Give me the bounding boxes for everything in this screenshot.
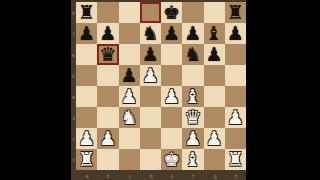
rank-label-4: 4 [72, 94, 76, 99]
white-queen-f3[interactable]: ♛ [182, 107, 203, 128]
black-bishop-g7[interactable]: ♝ [204, 23, 225, 44]
square-f1[interactable]: ♝ [182, 149, 203, 170]
square-b1[interactable] [97, 149, 118, 170]
square-h5[interactable] [225, 65, 246, 86]
square-g6[interactable]: ♟ [204, 44, 225, 65]
black-queen-b6[interactable]: ♛ [97, 44, 118, 65]
square-c3[interactable]: ♞ [119, 107, 140, 128]
white-rook-a1[interactable]: ♜ [76, 149, 97, 170]
black-pawn-d6[interactable]: ♟ [140, 44, 161, 65]
square-e3[interactable] [161, 107, 182, 128]
square-f8[interactable] [182, 2, 203, 23]
square-h4[interactable] [225, 86, 246, 107]
square-g7[interactable]: ♝ [204, 23, 225, 44]
rank-label-7: 7 [72, 31, 76, 36]
square-e6[interactable] [161, 44, 182, 65]
black-pawn-b7[interactable]: ♟ [97, 23, 118, 44]
rank-label-1: 1 [72, 157, 76, 162]
file-label-g: g [206, 173, 224, 179]
square-d5[interactable]: ♟ [140, 65, 161, 86]
square-a7[interactable]: ♟ [76, 23, 97, 44]
white-pawn-a2[interactable]: ♟ [76, 128, 97, 149]
square-e2[interactable] [161, 128, 182, 149]
square-b8[interactable] [97, 2, 118, 23]
square-b2[interactable]: ♟ [97, 128, 118, 149]
rank-label-6: 6 [72, 52, 76, 57]
square-f6[interactable]: ♞ [182, 44, 203, 65]
black-rook-h8[interactable]: ♜ [225, 2, 246, 23]
white-pawn-g2[interactable]: ♟ [204, 128, 225, 149]
black-knight-d7[interactable]: ♞ [140, 23, 161, 44]
square-b7[interactable]: ♟ [97, 23, 118, 44]
square-f7[interactable]: ♟ [182, 23, 203, 44]
square-e4[interactable]: ♟ [161, 86, 182, 107]
rank-label-5: 5 [72, 73, 76, 78]
chess-app-screen: ♜♚♜♟♟♞♟♟♝♟♛♟♞♟♟♟♟♟♝♞♛♟♟♟♟♟♜♚♝♜ 87654321 … [0, 0, 320, 180]
square-d4[interactable] [140, 86, 161, 107]
square-a2[interactable]: ♟ [76, 128, 97, 149]
rank-label-3: 3 [72, 115, 76, 120]
black-pawn-c5[interactable]: ♟ [119, 65, 140, 86]
square-a1[interactable]: ♜ [76, 149, 97, 170]
square-e5[interactable] [161, 65, 182, 86]
rank-label-2: 2 [72, 136, 76, 141]
file-label-d: d [142, 173, 160, 179]
black-king-e8[interactable]: ♚ [161, 2, 182, 23]
square-d1[interactable] [140, 149, 161, 170]
square-g1[interactable] [204, 149, 225, 170]
square-h8[interactable]: ♜ [225, 2, 246, 23]
white-pawn-d5[interactable]: ♟ [140, 65, 161, 86]
square-h1[interactable]: ♜ [225, 149, 246, 170]
square-h3[interactable]: ♟ [225, 107, 246, 128]
square-h6[interactable] [225, 44, 246, 65]
square-c8[interactable] [119, 2, 140, 23]
square-a3[interactable] [76, 107, 97, 128]
square-g3[interactable] [204, 107, 225, 128]
square-d2[interactable] [140, 128, 161, 149]
black-pawn-g6[interactable]: ♟ [204, 44, 225, 65]
black-knight-f6[interactable]: ♞ [182, 44, 203, 65]
square-h7[interactable]: ♟ [225, 23, 246, 44]
square-e7[interactable]: ♟ [161, 23, 182, 44]
right-black-bar [246, 0, 320, 180]
square-a8[interactable]: ♜ [76, 2, 97, 23]
square-c1[interactable] [119, 149, 140, 170]
black-pawn-h7[interactable]: ♟ [225, 23, 246, 44]
black-pawn-a7[interactable]: ♟ [76, 23, 97, 44]
left-black-bar [0, 0, 71, 180]
chess-board-frame: ♜♚♜♟♟♞♟♟♝♟♛♟♞♟♟♟♟♟♝♞♛♟♟♟♟♟♜♚♝♜ 87654321 … [71, 0, 246, 180]
black-rook-a8[interactable]: ♜ [76, 2, 97, 23]
square-a4[interactable] [76, 86, 97, 107]
white-knight-c3[interactable]: ♞ [119, 107, 140, 128]
black-pawn-e7[interactable]: ♟ [161, 23, 182, 44]
white-bishop-f4[interactable]: ♝ [182, 86, 203, 107]
square-b6[interactable]: ♛ [97, 44, 118, 65]
file-label-c: c [121, 173, 139, 179]
white-king-e1[interactable]: ♚ [161, 149, 182, 170]
square-e8[interactable]: ♚ [161, 2, 182, 23]
white-pawn-b2[interactable]: ♟ [97, 128, 118, 149]
black-pawn-f7[interactable]: ♟ [182, 23, 203, 44]
square-d6[interactable]: ♟ [140, 44, 161, 65]
square-h2[interactable] [225, 128, 246, 149]
square-f2[interactable]: ♟ [182, 128, 203, 149]
square-a6[interactable] [76, 44, 97, 65]
square-d8[interactable] [140, 2, 161, 23]
square-f5[interactable] [182, 65, 203, 86]
square-c2[interactable] [119, 128, 140, 149]
file-label-f: f [184, 173, 202, 179]
square-g5[interactable] [204, 65, 225, 86]
white-pawn-c4[interactable]: ♟ [119, 86, 140, 107]
square-c7[interactable] [119, 23, 140, 44]
square-d7[interactable]: ♞ [140, 23, 161, 44]
white-bishop-f1[interactable]: ♝ [182, 149, 203, 170]
white-pawn-h3[interactable]: ♟ [225, 107, 246, 128]
file-label-b: b [99, 173, 117, 179]
file-label-a: a [78, 173, 96, 179]
square-b5[interactable] [97, 65, 118, 86]
file-label-h: h [227, 173, 245, 179]
white-rook-h1[interactable]: ♜ [225, 149, 246, 170]
rank-label-8: 8 [72, 10, 76, 15]
square-c5[interactable]: ♟ [119, 65, 140, 86]
square-a5[interactable] [76, 65, 97, 86]
square-g4[interactable] [204, 86, 225, 107]
square-c4[interactable]: ♟ [119, 86, 140, 107]
square-b3[interactable] [97, 107, 118, 128]
square-d3[interactable] [140, 107, 161, 128]
square-g2[interactable]: ♟ [204, 128, 225, 149]
square-g8[interactable] [204, 2, 225, 23]
square-f4[interactable]: ♝ [182, 86, 203, 107]
white-pawn-f2[interactable]: ♟ [182, 128, 203, 149]
square-e1[interactable]: ♚ [161, 149, 182, 170]
file-label-e: e [163, 173, 181, 179]
square-b4[interactable] [97, 86, 118, 107]
chess-board: ♜♚♜♟♟♞♟♟♝♟♛♟♞♟♟♟♟♟♝♞♛♟♟♟♟♟♜♚♝♜ [76, 2, 246, 170]
square-c6[interactable] [119, 44, 140, 65]
white-pawn-e4[interactable]: ♟ [161, 86, 182, 107]
square-f3[interactable]: ♛ [182, 107, 203, 128]
